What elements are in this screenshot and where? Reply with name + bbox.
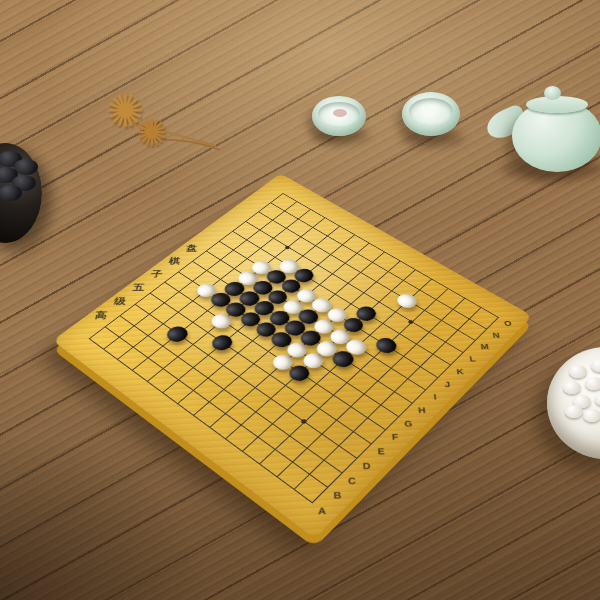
coord-label-L: L [469, 355, 476, 364]
celadon-teapot[interactable] [486, 84, 600, 176]
dried-flower: ✺ ✺ [88, 80, 248, 175]
white-stone-in-bowl [583, 409, 600, 422]
teacup[interactable] [402, 92, 460, 136]
white-stone-in-bowl [565, 405, 583, 418]
board-title-char: 级 [113, 296, 127, 308]
coord-label-A: A [318, 505, 326, 516]
board-title-char: 盘 [186, 243, 198, 254]
board-title-char: 五 [132, 282, 145, 294]
coord-label-N: N [492, 331, 500, 339]
coord-label-I: I [433, 392, 437, 401]
flower-bloom-icon: ✺ [136, 114, 168, 152]
board-title-char: 高 [94, 310, 108, 322]
teacup-interior [409, 98, 453, 125]
teacup[interactable] [312, 96, 366, 136]
coord-label-F: F [391, 432, 398, 442]
teapot-knob [544, 86, 561, 100]
tea-color [333, 109, 347, 117]
coord-label-G: G [404, 419, 413, 429]
white-stone-in-bowl [585, 377, 600, 390]
white-stone-in-bowl [569, 365, 587, 378]
coord-label-K: K [456, 367, 464, 376]
coord-label-H: H [418, 405, 426, 414]
coord-label-E: E [377, 446, 385, 456]
white-stone-in-bowl [595, 393, 600, 406]
board-title-char: 棋 [168, 256, 181, 267]
coord-label-J: J [444, 379, 451, 388]
scene: ABCDEFGHIJKLMNO 高级五子棋盘 ✺ ✺ [0, 0, 600, 600]
coord-label-D: D [363, 460, 371, 470]
coord-label-C: C [348, 475, 356, 485]
coord-label-M: M [480, 343, 489, 351]
white-stone-in-bowl [591, 359, 600, 372]
coord-label-O: O [503, 319, 512, 327]
board-title-char: 子 [150, 269, 163, 280]
white-stone-in-bowl [563, 381, 581, 394]
black-stone-in-bowl [0, 185, 22, 201]
coord-label-B: B [333, 490, 341, 501]
